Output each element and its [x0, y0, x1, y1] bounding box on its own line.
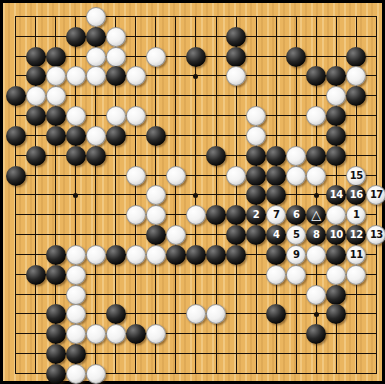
intersection[interactable]	[146, 106, 166, 126]
intersection[interactable]	[46, 245, 66, 265]
intersection[interactable]	[206, 324, 226, 344]
intersection[interactable]	[286, 27, 306, 47]
intersection[interactable]	[106, 146, 126, 166]
intersection[interactable]: △	[306, 205, 326, 225]
intersection[interactable]	[286, 86, 306, 106]
intersection[interactable]	[6, 146, 26, 166]
intersection[interactable]	[86, 285, 106, 305]
intersection[interactable]	[266, 364, 286, 384]
intersection[interactable]	[106, 166, 126, 186]
intersection[interactable]	[186, 186, 206, 206]
intersection[interactable]	[26, 205, 46, 225]
intersection[interactable]	[166, 245, 186, 265]
intersection[interactable]	[186, 166, 206, 186]
intersection[interactable]	[266, 166, 286, 186]
intersection[interactable]	[186, 344, 206, 364]
intersection[interactable]	[366, 27, 385, 47]
intersection[interactable]	[326, 245, 346, 265]
intersection[interactable]	[326, 324, 346, 344]
intersection[interactable]	[226, 47, 246, 67]
intersection[interactable]	[46, 146, 66, 166]
intersection[interactable]	[106, 186, 126, 206]
intersection[interactable]	[126, 324, 146, 344]
intersection[interactable]	[206, 364, 226, 384]
intersection[interactable]	[286, 47, 306, 67]
intersection[interactable]	[186, 364, 206, 384]
intersection[interactable]	[106, 305, 126, 325]
intersection[interactable]	[286, 186, 306, 206]
intersection[interactable]	[226, 86, 246, 106]
intersection[interactable]	[6, 245, 26, 265]
intersection[interactable]	[266, 86, 286, 106]
intersection[interactable]	[6, 364, 26, 384]
intersection[interactable]	[326, 67, 346, 87]
intersection[interactable]	[46, 106, 66, 126]
intersection[interactable]	[206, 27, 226, 47]
intersection[interactable]	[186, 86, 206, 106]
intersection[interactable]	[26, 344, 46, 364]
intersection[interactable]	[166, 324, 186, 344]
intersection[interactable]	[46, 305, 66, 325]
intersection[interactable]	[186, 305, 206, 325]
intersection[interactable]	[286, 285, 306, 305]
intersection[interactable]	[306, 285, 326, 305]
intersection[interactable]	[106, 265, 126, 285]
intersection[interactable]	[366, 305, 385, 325]
intersection[interactable]	[86, 205, 106, 225]
intersection[interactable]	[146, 47, 166, 67]
intersection[interactable]	[306, 67, 326, 87]
intersection[interactable]	[126, 285, 146, 305]
intersection[interactable]	[326, 86, 346, 106]
intersection[interactable]	[46, 344, 66, 364]
intersection[interactable]	[346, 7, 366, 27]
intersection[interactable]	[146, 27, 166, 47]
intersection[interactable]	[186, 27, 206, 47]
intersection[interactable]	[166, 146, 186, 166]
intersection[interactable]	[146, 364, 166, 384]
intersection[interactable]	[266, 106, 286, 126]
intersection[interactable]	[126, 47, 146, 67]
intersection[interactable]	[266, 285, 286, 305]
intersection[interactable]	[166, 186, 186, 206]
intersection[interactable]	[326, 7, 346, 27]
intersection[interactable]	[146, 344, 166, 364]
intersection[interactable]: 7	[266, 205, 286, 225]
intersection[interactable]	[246, 166, 266, 186]
intersection[interactable]	[46, 166, 66, 186]
intersection[interactable]	[286, 106, 306, 126]
intersection[interactable]	[126, 205, 146, 225]
intersection[interactable]	[246, 344, 266, 364]
intersection[interactable]: 15	[346, 166, 366, 186]
intersection[interactable]	[346, 324, 366, 344]
intersection[interactable]	[146, 324, 166, 344]
intersection[interactable]	[66, 27, 86, 47]
intersection[interactable]	[306, 7, 326, 27]
intersection[interactable]	[226, 146, 246, 166]
intersection[interactable]	[306, 86, 326, 106]
intersection[interactable]	[126, 146, 146, 166]
intersection[interactable]	[326, 344, 346, 364]
intersection[interactable]	[246, 265, 266, 285]
intersection[interactable]	[226, 245, 246, 265]
intersection[interactable]: 14	[326, 186, 346, 206]
intersection[interactable]	[246, 7, 266, 27]
intersection[interactable]	[126, 67, 146, 87]
intersection[interactable]	[86, 7, 106, 27]
intersection[interactable]	[146, 285, 166, 305]
intersection[interactable]	[306, 364, 326, 384]
intersection[interactable]	[146, 245, 166, 265]
intersection[interactable]	[226, 205, 246, 225]
intersection[interactable]	[326, 146, 346, 166]
intersection[interactable]	[106, 205, 126, 225]
intersection[interactable]	[86, 47, 106, 67]
intersection[interactable]	[46, 67, 66, 87]
intersection[interactable]	[26, 285, 46, 305]
intersection[interactable]: 5	[286, 225, 306, 245]
intersection[interactable]	[66, 126, 86, 146]
intersection[interactable]	[166, 106, 186, 126]
intersection[interactable]	[366, 364, 385, 384]
intersection[interactable]	[166, 265, 186, 285]
intersection[interactable]	[206, 86, 226, 106]
intersection[interactable]	[266, 47, 286, 67]
intersection[interactable]	[266, 186, 286, 206]
intersection[interactable]	[66, 67, 86, 87]
intersection[interactable]	[66, 225, 86, 245]
intersection[interactable]	[186, 7, 206, 27]
intersection[interactable]	[106, 364, 126, 384]
intersection[interactable]	[26, 86, 46, 106]
intersection[interactable]	[246, 324, 266, 344]
intersection[interactable]	[286, 7, 306, 27]
intersection[interactable]	[146, 265, 166, 285]
intersection[interactable]	[166, 86, 186, 106]
intersection[interactable]	[46, 265, 66, 285]
intersection[interactable]	[306, 305, 326, 325]
intersection[interactable]	[6, 305, 26, 325]
intersection[interactable]	[226, 225, 246, 245]
intersection[interactable]	[266, 7, 286, 27]
intersection[interactable]	[246, 364, 266, 384]
intersection[interactable]	[306, 344, 326, 364]
intersection[interactable]	[26, 106, 46, 126]
intersection[interactable]	[186, 205, 206, 225]
intersection[interactable]	[166, 364, 186, 384]
intersection[interactable]	[306, 106, 326, 126]
intersection[interactable]	[86, 86, 106, 106]
intersection[interactable]	[226, 106, 246, 126]
intersection[interactable]	[206, 166, 226, 186]
intersection[interactable]	[126, 7, 146, 27]
intersection[interactable]	[166, 225, 186, 245]
intersection[interactable]	[186, 265, 206, 285]
board-intersections[interactable]: 15141617276△1458101213911	[6, 7, 385, 384]
intersection[interactable]: 16	[346, 186, 366, 206]
intersection[interactable]	[306, 245, 326, 265]
intersection[interactable]	[246, 245, 266, 265]
intersection[interactable]	[346, 27, 366, 47]
intersection[interactable]	[246, 106, 266, 126]
intersection[interactable]	[86, 146, 106, 166]
intersection[interactable]	[266, 67, 286, 87]
intersection[interactable]	[246, 27, 266, 47]
intersection[interactable]	[286, 126, 306, 146]
intersection[interactable]	[106, 47, 126, 67]
intersection[interactable]: 4	[266, 225, 286, 245]
intersection[interactable]: 1	[346, 205, 366, 225]
intersection[interactable]	[46, 205, 66, 225]
intersection[interactable]	[366, 324, 385, 344]
intersection[interactable]	[106, 225, 126, 245]
intersection[interactable]	[266, 265, 286, 285]
intersection[interactable]	[246, 305, 266, 325]
intersection[interactable]	[106, 27, 126, 47]
intersection[interactable]	[26, 67, 46, 87]
intersection[interactable]	[266, 126, 286, 146]
intersection[interactable]	[6, 324, 26, 344]
intersection[interactable]	[326, 265, 346, 285]
intersection[interactable]	[166, 126, 186, 146]
intersection[interactable]	[166, 67, 186, 87]
intersection[interactable]	[226, 67, 246, 87]
intersection[interactable]	[106, 7, 126, 27]
intersection[interactable]	[226, 285, 246, 305]
intersection[interactable]	[166, 7, 186, 27]
intersection[interactable]	[66, 166, 86, 186]
intersection[interactable]	[366, 285, 385, 305]
intersection[interactable]	[6, 166, 26, 186]
intersection[interactable]	[346, 344, 366, 364]
intersection[interactable]	[6, 47, 26, 67]
intersection[interactable]	[306, 186, 326, 206]
intersection[interactable]	[126, 344, 146, 364]
intersection[interactable]	[86, 364, 106, 384]
intersection[interactable]	[286, 305, 306, 325]
intersection[interactable]	[306, 166, 326, 186]
intersection[interactable]	[46, 126, 66, 146]
intersection[interactable]	[26, 186, 46, 206]
intersection[interactable]	[226, 126, 246, 146]
intersection[interactable]	[86, 106, 106, 126]
intersection[interactable]: 11	[346, 245, 366, 265]
intersection[interactable]	[66, 106, 86, 126]
intersection[interactable]	[146, 146, 166, 166]
intersection[interactable]	[166, 285, 186, 305]
intersection[interactable]	[46, 86, 66, 106]
intersection[interactable]	[366, 47, 385, 67]
intersection[interactable]: 10	[326, 225, 346, 245]
intersection[interactable]	[6, 67, 26, 87]
intersection[interactable]	[106, 245, 126, 265]
intersection[interactable]	[66, 305, 86, 325]
intersection[interactable]	[266, 27, 286, 47]
intersection[interactable]	[206, 225, 226, 245]
intersection[interactable]	[326, 27, 346, 47]
intersection[interactable]	[246, 285, 266, 305]
go-board[interactable]: 15141617276△1458101213911	[0, 0, 385, 384]
intersection[interactable]	[106, 106, 126, 126]
intersection[interactable]	[86, 265, 106, 285]
intersection[interactable]	[366, 146, 385, 166]
intersection[interactable]	[206, 285, 226, 305]
intersection[interactable]	[366, 67, 385, 87]
intersection[interactable]	[46, 7, 66, 27]
intersection[interactable]	[66, 245, 86, 265]
intersection[interactable]	[6, 7, 26, 27]
intersection[interactable]	[46, 186, 66, 206]
intersection[interactable]	[26, 47, 46, 67]
intersection[interactable]	[26, 166, 46, 186]
intersection[interactable]	[86, 324, 106, 344]
intersection[interactable]	[26, 364, 46, 384]
intersection[interactable]	[166, 205, 186, 225]
intersection[interactable]	[366, 166, 385, 186]
intersection[interactable]	[186, 285, 206, 305]
intersection[interactable]	[126, 86, 146, 106]
intersection[interactable]	[146, 186, 166, 206]
intersection[interactable]	[346, 285, 366, 305]
intersection[interactable]	[346, 305, 366, 325]
intersection[interactable]	[46, 324, 66, 344]
intersection[interactable]	[226, 305, 246, 325]
intersection[interactable]	[26, 245, 46, 265]
intersection[interactable]	[126, 225, 146, 245]
intersection[interactable]	[346, 364, 366, 384]
intersection[interactable]	[346, 265, 366, 285]
intersection[interactable]	[146, 205, 166, 225]
intersection[interactable]	[326, 305, 346, 325]
intersection[interactable]	[306, 146, 326, 166]
intersection[interactable]	[226, 364, 246, 384]
intersection[interactable]	[346, 126, 366, 146]
intersection[interactable]: 6	[286, 205, 306, 225]
intersection[interactable]	[146, 126, 166, 146]
intersection[interactable]	[326, 285, 346, 305]
intersection[interactable]	[106, 126, 126, 146]
intersection[interactable]	[126, 126, 146, 146]
intersection[interactable]	[286, 166, 306, 186]
intersection[interactable]	[126, 27, 146, 47]
intersection[interactable]: 12	[346, 225, 366, 245]
intersection[interactable]	[306, 27, 326, 47]
intersection[interactable]	[246, 126, 266, 146]
intersection[interactable]	[266, 344, 286, 364]
intersection[interactable]	[26, 265, 46, 285]
intersection[interactable]	[246, 146, 266, 166]
intersection[interactable]	[246, 67, 266, 87]
intersection[interactable]	[6, 265, 26, 285]
intersection[interactable]	[26, 146, 46, 166]
intersection[interactable]	[166, 27, 186, 47]
intersection[interactable]	[6, 86, 26, 106]
intersection[interactable]: 9	[286, 245, 306, 265]
intersection[interactable]	[186, 245, 206, 265]
intersection[interactable]	[126, 106, 146, 126]
intersection[interactable]	[206, 126, 226, 146]
intersection[interactable]	[266, 146, 286, 166]
intersection[interactable]	[166, 47, 186, 67]
intersection[interactable]	[326, 166, 346, 186]
intersection[interactable]	[126, 265, 146, 285]
intersection[interactable]	[6, 285, 26, 305]
intersection[interactable]	[286, 265, 306, 285]
intersection[interactable]: 2	[246, 205, 266, 225]
intersection[interactable]	[366, 86, 385, 106]
intersection[interactable]	[206, 245, 226, 265]
intersection[interactable]	[26, 27, 46, 47]
intersection[interactable]	[246, 47, 266, 67]
intersection[interactable]	[226, 7, 246, 27]
intersection[interactable]	[86, 126, 106, 146]
intersection[interactable]	[366, 344, 385, 364]
intersection[interactable]	[366, 245, 385, 265]
intersection[interactable]	[86, 225, 106, 245]
intersection[interactable]	[166, 344, 186, 364]
intersection[interactable]	[106, 324, 126, 344]
intersection[interactable]	[346, 146, 366, 166]
intersection[interactable]	[46, 364, 66, 384]
intersection[interactable]	[306, 126, 326, 146]
intersection[interactable]	[286, 67, 306, 87]
intersection[interactable]	[206, 186, 226, 206]
intersection[interactable]	[126, 364, 146, 384]
intersection[interactable]	[146, 225, 166, 245]
intersection[interactable]: 8	[306, 225, 326, 245]
intersection[interactable]	[146, 166, 166, 186]
intersection[interactable]	[86, 67, 106, 87]
intersection[interactable]	[46, 47, 66, 67]
intersection[interactable]	[366, 106, 385, 126]
intersection[interactable]	[326, 126, 346, 146]
intersection[interactable]	[46, 27, 66, 47]
intersection[interactable]	[366, 265, 385, 285]
intersection[interactable]	[366, 205, 385, 225]
intersection[interactable]	[146, 86, 166, 106]
intersection[interactable]	[186, 47, 206, 67]
intersection[interactable]	[106, 285, 126, 305]
intersection[interactable]	[106, 344, 126, 364]
intersection[interactable]	[346, 47, 366, 67]
intersection[interactable]	[6, 205, 26, 225]
intersection[interactable]	[126, 166, 146, 186]
intersection[interactable]	[146, 67, 166, 87]
intersection[interactable]	[6, 126, 26, 146]
intersection[interactable]	[86, 27, 106, 47]
intersection[interactable]	[346, 106, 366, 126]
intersection[interactable]	[206, 67, 226, 87]
intersection[interactable]	[6, 106, 26, 126]
intersection[interactable]	[66, 86, 86, 106]
intersection[interactable]: 17	[366, 186, 385, 206]
intersection[interactable]	[6, 225, 26, 245]
intersection[interactable]	[326, 364, 346, 384]
intersection[interactable]	[6, 186, 26, 206]
intersection[interactable]	[166, 305, 186, 325]
intersection[interactable]: 13	[366, 225, 385, 245]
intersection[interactable]	[186, 67, 206, 87]
intersection[interactable]	[366, 126, 385, 146]
intersection[interactable]	[306, 265, 326, 285]
intersection[interactable]	[366, 7, 385, 27]
intersection[interactable]	[246, 225, 266, 245]
intersection[interactable]	[126, 186, 146, 206]
intersection[interactable]	[66, 7, 86, 27]
intersection[interactable]	[306, 47, 326, 67]
intersection[interactable]	[206, 146, 226, 166]
